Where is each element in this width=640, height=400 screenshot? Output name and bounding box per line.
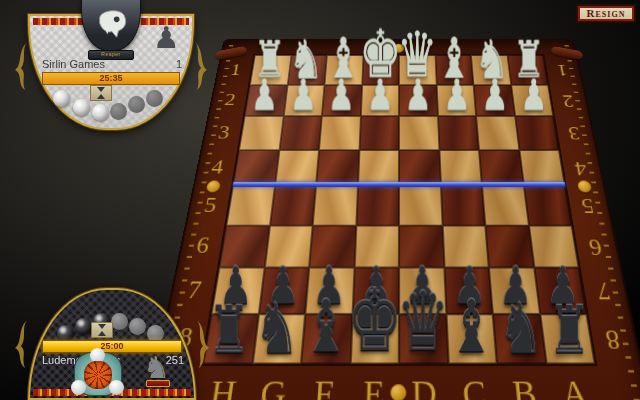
piece-white-pawn-d2[interactable]: ♟ (404, 76, 431, 114)
white-stone-2 (73, 99, 90, 116)
top-player-name: Sirlin Games (42, 58, 105, 70)
hourglass-icon (91, 322, 113, 338)
piece-white-pawn-a2[interactable]: ♟ (520, 76, 547, 114)
chess-board[interactable]: 12345678 12345678 HGFEDCBA ♜♞♝♚♛♝♞♜♟♟♟♟♟… (144, 41, 640, 400)
white-stone-3 (92, 104, 109, 121)
white-stone-1 (53, 90, 70, 107)
piece-white-pawn-f2[interactable]: ♟ (328, 76, 355, 114)
rank-label-right-2: 2 (548, 85, 589, 116)
piece-black-bishop-f8[interactable]: ♝ (302, 294, 349, 359)
piece-black-knight-g8[interactable]: ♞ (255, 296, 300, 359)
knight-icon-base (146, 380, 170, 387)
piece-white-pawn-g2[interactable]: ♟ (289, 76, 316, 114)
piece-white-pawn-h2[interactable]: ♟ (251, 76, 278, 114)
resign-button[interactable]: Resign (576, 4, 636, 23)
reaper-skull-icon (91, 8, 131, 42)
game-stage: 12345678 12345678 HGFEDCBA ♜♞♝♚♛♝♞♜♟♟♟♟♟… (0, 0, 640, 400)
rank-label-right-1: 1 (543, 55, 582, 84)
white-empty-slot-6 (146, 90, 163, 107)
piece-black-king-e8[interactable]: ♚ (347, 282, 403, 360)
hourglass-icon (90, 85, 112, 101)
filigree-ornament (13, 40, 29, 92)
bottom-player-panel: 25:00 Ludeme Games 251 ♞ (28, 288, 196, 400)
top-player-clock: 25:35 (42, 72, 180, 85)
pawn-rank-icon: ♟ (153, 20, 180, 55)
rank-label-right-4: 4 (559, 150, 603, 186)
midline-blue-line (233, 182, 566, 187)
white-empty-slot-5 (128, 96, 145, 113)
tiger-emblem (84, 361, 112, 389)
filigree-ornament (13, 318, 29, 370)
piece-black-rook-a8[interactable]: ♜ (548, 301, 590, 360)
top-player-panel: Reaper ♟ Sirlin Games 1 25:35 (28, 14, 194, 130)
black-empty-slot-5 (129, 318, 146, 335)
filigree-ornament (193, 40, 209, 92)
piece-white-pawn-c2[interactable]: ♟ (443, 76, 470, 114)
player-crest (74, 352, 122, 396)
black-stone-2 (75, 318, 92, 335)
white-empty-slot-4 (110, 103, 127, 120)
piece-white-pawn-b2[interactable]: ♟ (481, 76, 508, 114)
piece-black-rook-h8[interactable]: ♜ (207, 301, 249, 360)
black-empty-slot-4 (111, 313, 128, 330)
piece-black-queen-d8[interactable]: ♛ (397, 286, 450, 360)
piece-black-bishop-c8[interactable]: ♝ (449, 294, 496, 359)
filigree-ornament (195, 318, 211, 370)
piece-white-pawn-e2[interactable]: ♟ (366, 76, 393, 114)
rank-label-right-3: 3 (553, 116, 595, 150)
piece-black-knight-b8[interactable]: ♞ (498, 296, 543, 359)
top-player-rating: 1 (176, 58, 182, 70)
